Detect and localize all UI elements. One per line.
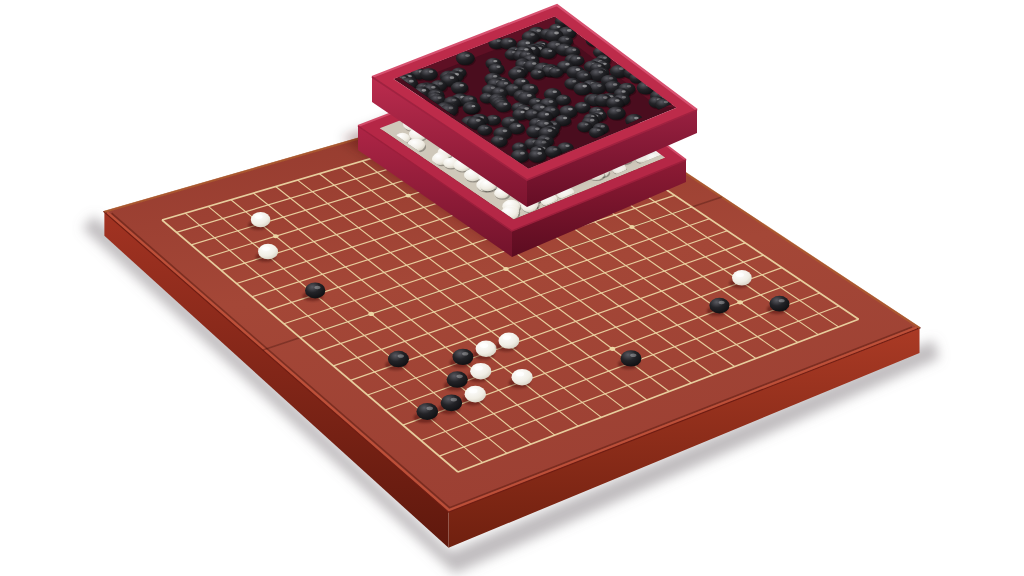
tray-stone-gloss [577,57,581,59]
tray-stone-gloss [582,85,587,88]
stone-white-C4[interactable] [251,212,271,227]
tray-stone-gloss [634,117,639,120]
stone-black-Q15[interactable] [709,298,729,314]
stone-white-Q6[interactable] [511,369,532,386]
tray-stone-gloss [609,77,613,79]
tray-stone-gloss [590,119,594,122]
tray-stone-gloss [537,152,542,155]
tray-stone-gloss [597,84,602,87]
stone-highlight [719,301,725,304]
tray-stone-gloss [622,96,626,99]
tray-stone-gloss [568,108,573,111]
stone-highlight [314,286,320,289]
tray-stone-gloss [439,82,443,85]
stone-highlight [779,299,785,302]
stone-black-Q2[interactable] [416,403,438,420]
stone-highlight [630,353,636,357]
tray-stone-gloss [450,76,455,79]
tray-stone-gloss [520,144,524,146]
tray-stone-gloss [627,85,631,88]
stone-black-N3[interactable] [388,351,409,367]
stone-white-O7[interactable] [499,333,520,349]
tray-stone-gloss [532,62,536,65]
tray-stone-gloss [548,50,552,52]
tray-stone-black [573,82,591,95]
tray-stone-gloss [545,113,549,115]
tray-stone-gloss [517,70,522,73]
tray-stone-gloss [496,66,500,68]
stone-highlight [398,354,404,358]
tray-stone-gloss [585,123,589,125]
tray-stone-black [528,149,546,162]
stone-black-R17[interactable] [769,296,789,312]
tray-stone-gloss [572,49,576,51]
tray-stone-gloss [459,84,464,87]
tray-stone-gloss [459,69,463,71]
tray-stone-black [530,69,545,80]
tray-stone-gloss [616,109,621,112]
tray-stone-gloss [472,105,476,107]
tray-stone-gloss [597,129,601,131]
tray-stone-gloss [565,144,569,147]
tray-stone-gloss [536,100,540,102]
tray-stone-gloss [520,152,525,155]
tray-stone-black [495,101,511,113]
tray-stone-gloss [504,82,508,85]
tray-stone-gloss [601,125,605,127]
tray-stone-gloss [540,106,545,109]
stone-highlight [503,335,511,340]
tray-stone-gloss [513,86,517,89]
tray-stone-gloss [538,71,542,73]
tray-stone-black [607,106,626,119]
tray-stone-gloss [544,122,549,125]
tray-stone-gloss [465,54,470,57]
tray-stone-gloss [437,97,441,99]
stone-white-Q4[interactable] [465,386,486,403]
tray-stone-gloss [551,108,556,111]
tray-stone-gloss [524,107,529,110]
tray-stone-gloss [485,127,489,129]
tray-stone-gloss [503,129,508,132]
tray-stone-gloss [599,112,603,114]
tray-stone-gloss [527,94,532,97]
tray-stone-gloss [535,127,540,130]
tray-stone-gloss [553,123,557,125]
stone-highlight [426,406,433,410]
stone-highlight [469,389,478,394]
stone-highlight [474,366,482,371]
tray-stone-gloss [431,86,435,89]
stone-highlight [736,273,744,277]
stone-white-E3[interactable] [258,244,278,260]
stone-highlight [462,352,468,356]
stone-black-O5[interactable] [452,349,473,365]
tray-stone-gloss [565,63,570,66]
tray-stone-gloss [572,80,576,82]
tray-stone-gloss [503,103,507,105]
tray-stone-gloss [452,99,457,102]
tray-stone-gloss [613,83,618,86]
tray-stone-gloss [536,29,541,32]
go-set-photo [0,0,1024,576]
tray-stone-gloss [422,89,427,92]
tray-stone-gloss [563,97,567,99]
star-point [737,300,743,304]
stone-highlight [451,398,457,402]
tray-stone-black [451,82,468,95]
tray-stone-gloss [576,68,581,71]
tray-stone-gloss [598,65,602,67]
tray-stone-gloss [530,86,535,89]
tray-stone-gloss [510,119,515,122]
tray-stone-gloss [531,56,535,58]
tray-stone-gloss [493,75,497,78]
tray-stone-gloss [533,111,537,113]
tray-stone-gloss [493,117,497,119]
tray-stone-gloss [530,33,535,36]
tray-stone-gloss [557,26,561,28]
tray-stone-gloss [499,138,503,141]
tray-stone-gloss [500,89,504,91]
tray-stone-gloss [556,69,560,71]
stone-black-R10[interactable] [621,350,642,366]
stone-highlight [255,215,263,219]
tray-stone-gloss [524,48,529,51]
go-board-photo [82,5,939,574]
star-point [610,347,616,351]
tray-stone-gloss [603,96,608,99]
stone-white-P17[interactable] [732,270,752,285]
star-point [273,234,278,238]
tray-stone-gloss [603,57,607,59]
stone-white-P5[interactable] [470,363,491,380]
stone-white-O6[interactable] [476,341,497,357]
tray-stone-black [464,103,479,114]
tray-stone-gloss [542,141,546,144]
tray-stone-black [540,48,556,59]
tray-stone-gloss [615,99,620,102]
star-point [368,312,374,316]
tray-stone-gloss [521,80,525,82]
tray-stone-gloss [553,148,557,150]
stone-highlight [516,372,524,377]
tray-stone-gloss [429,70,434,73]
tray-stone-gloss [548,129,553,132]
tray-stone-gloss [525,42,530,45]
star-point [503,267,508,271]
tray-stone-gloss [517,125,521,127]
tray-stone-gloss [476,119,481,122]
go-set-scene [0,0,1024,576]
tray-stone-gloss [582,104,586,106]
tray-stone-gloss [567,29,572,32]
stone-highlight [480,343,488,348]
tray-stone-gloss [549,100,554,103]
stone-highlight [456,375,462,379]
star-point [406,194,411,198]
tray-stone-gloss [520,111,524,113]
tray-stone-gloss [409,80,414,83]
stone-black-P4[interactable] [447,371,468,388]
tray-stone-gloss [554,32,559,35]
stone-black-H3[interactable] [305,283,325,299]
tray-stone-black [477,125,492,136]
tray-stone-gloss [563,117,567,119]
tray-stone-gloss [598,71,603,74]
tray-stone-gloss [497,40,501,42]
stone-black-Q3[interactable] [441,394,463,411]
tray-stone-gloss [449,107,454,110]
stone-highlight [262,246,270,250]
tray-stone-gloss [622,90,626,92]
tray-stone-gloss [552,90,557,93]
tray-stone-black [420,68,438,81]
tray-stone-gloss [469,97,473,99]
tray-stone-black [549,67,564,78]
tray-stone-gloss [584,74,588,76]
tray-stone-gloss [493,60,497,62]
tray-stone-gloss [565,38,569,40]
tray-stone-gloss [508,40,512,43]
star-point [629,225,634,229]
